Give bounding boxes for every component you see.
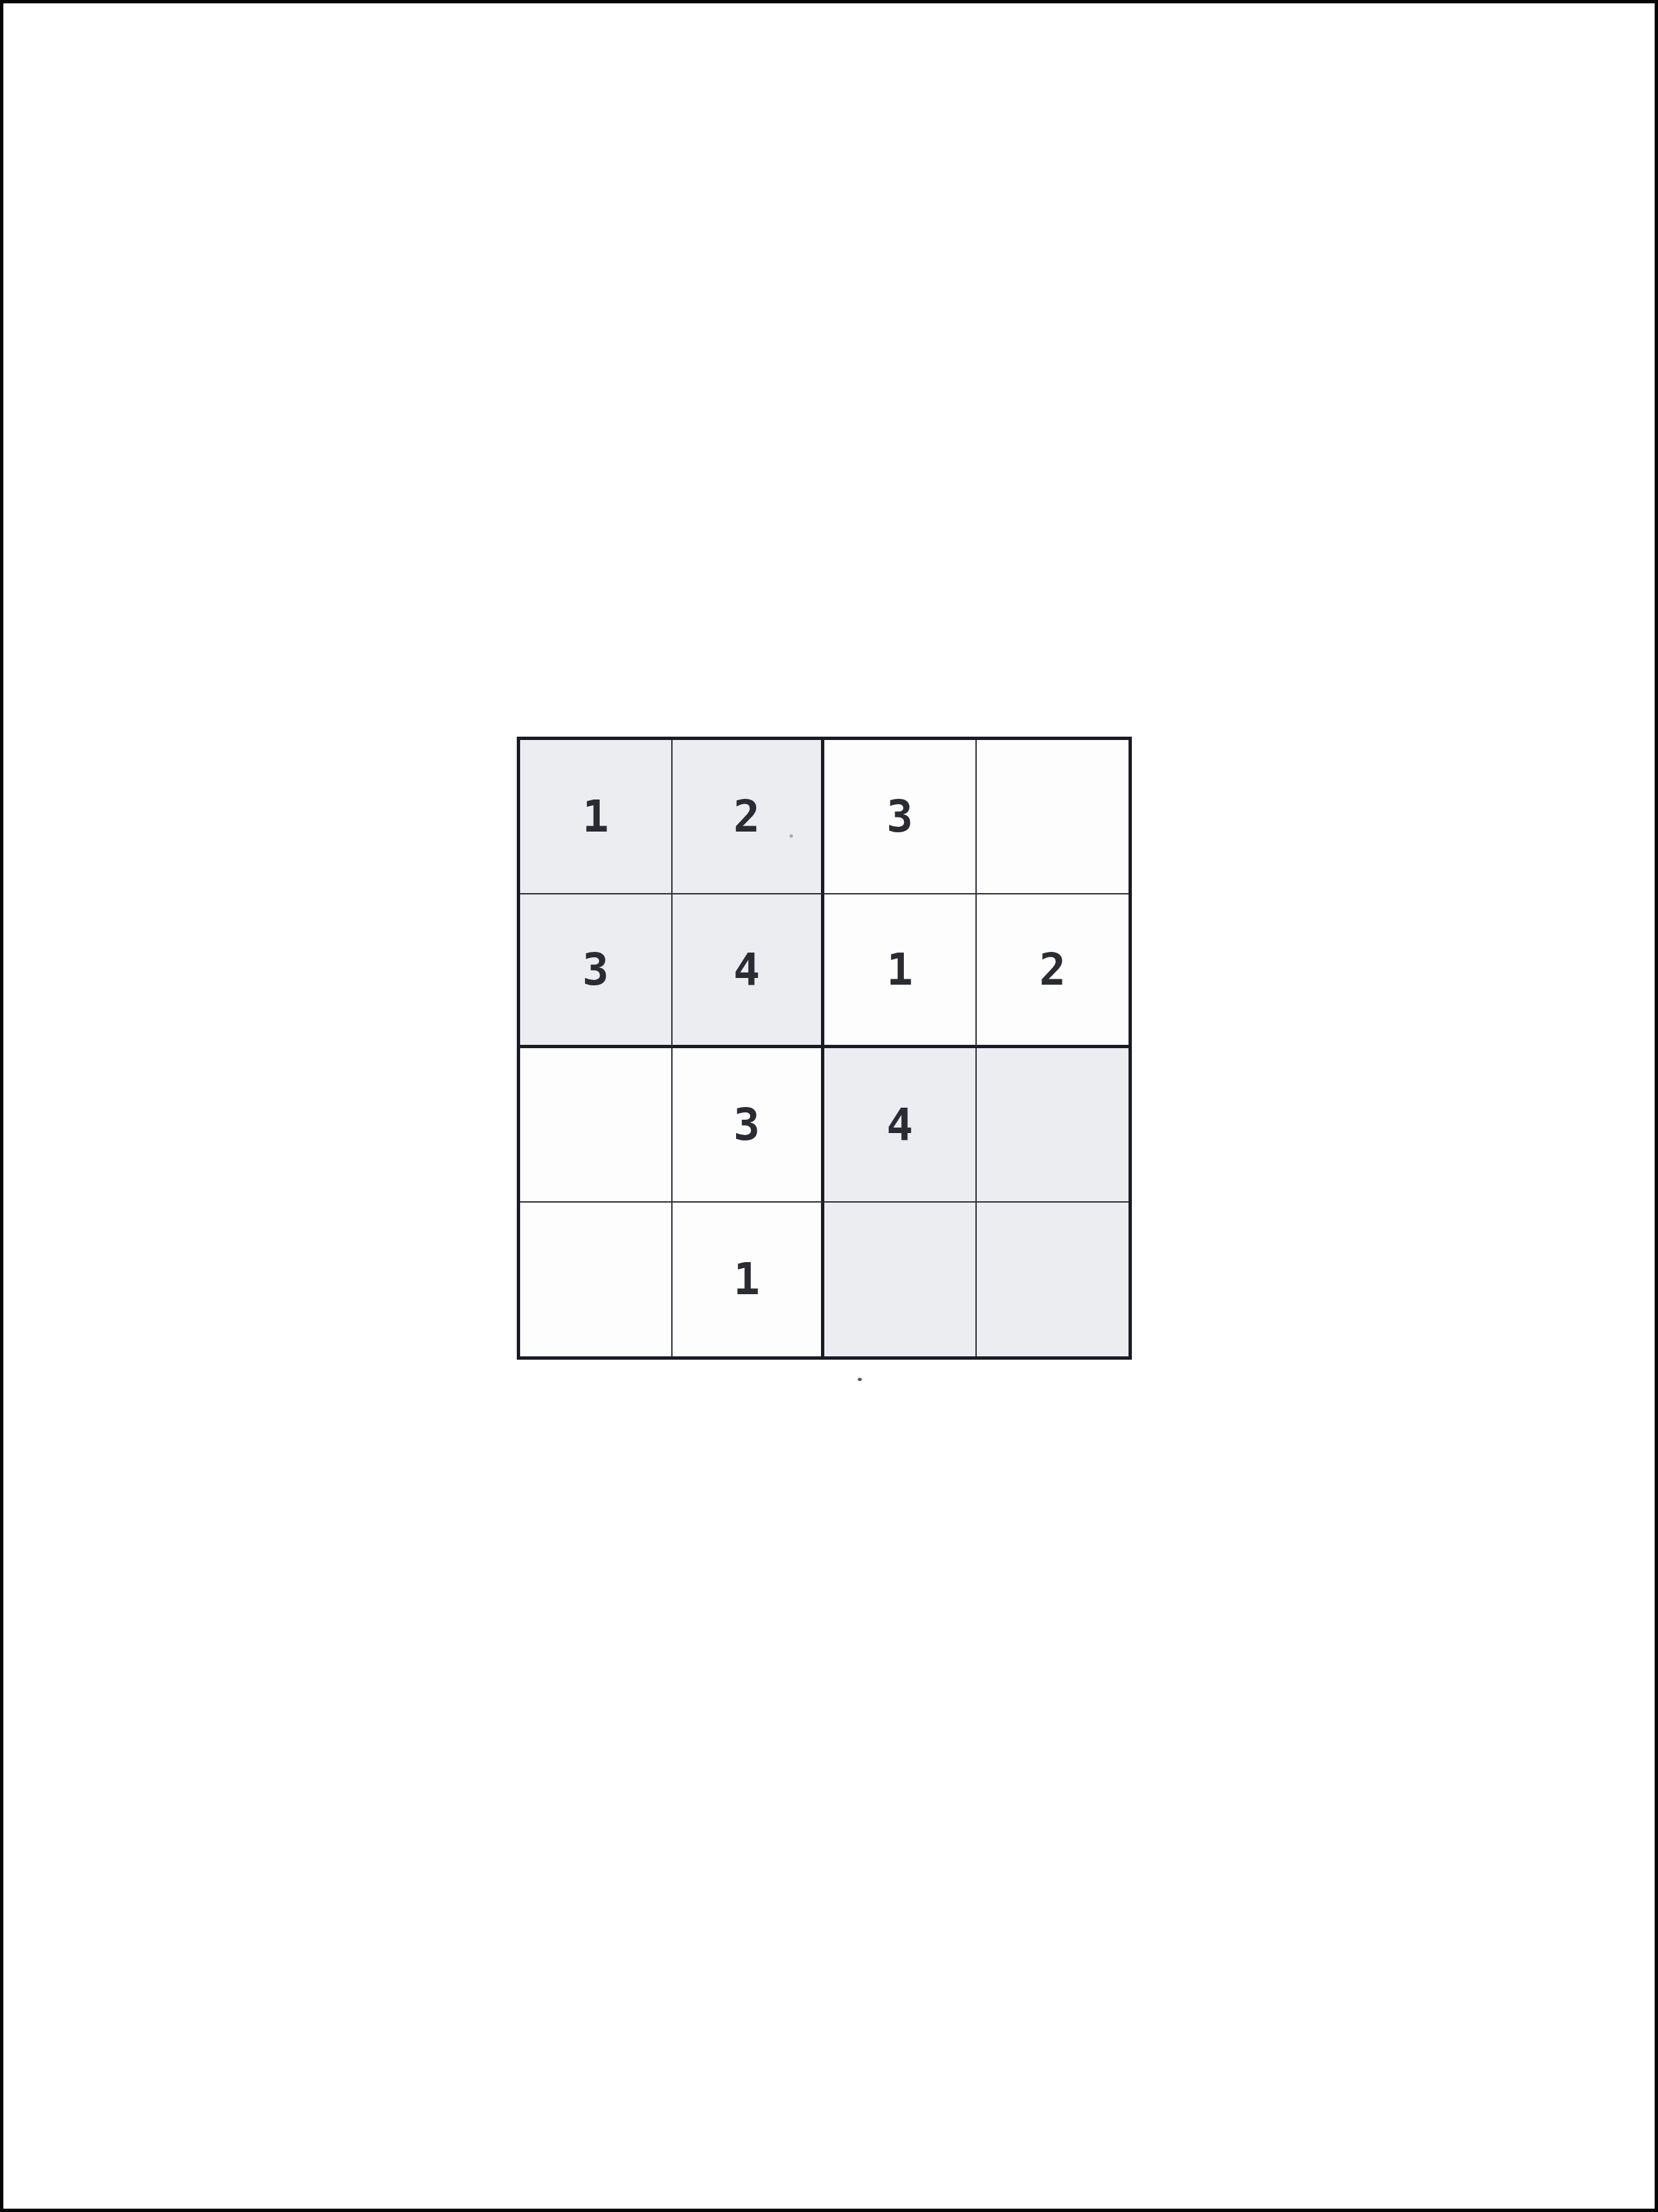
- scan-speck: [858, 1378, 862, 1381]
- cell-r1c3-given-3: 3: [824, 740, 977, 894]
- cell-r2c3-given-1: 1: [824, 894, 977, 1049]
- cell-r2c1-given-3: 3: [520, 894, 673, 1049]
- cell-r2c2-given-4: 4: [673, 894, 825, 1049]
- scan-speck: [790, 834, 793, 838]
- cell-r1c2-given-2: 2: [673, 740, 825, 894]
- cell-r3c4-empty[interactable]: [977, 1048, 1129, 1203]
- cell-r4c2-given-1: 1: [673, 1203, 825, 1357]
- cell-r4c3-empty[interactable]: [824, 1203, 977, 1357]
- scanned-puzzle-page: 1233412341: [0, 0, 1658, 2212]
- cell-r1c4-empty[interactable]: [977, 740, 1129, 894]
- sudoku-board: 1233412341: [517, 737, 1132, 1360]
- cell-r1c1-given-1: 1: [520, 740, 673, 894]
- cell-r4c1-empty[interactable]: [520, 1203, 673, 1357]
- cell-r3c3-given-4: 4: [824, 1048, 977, 1203]
- cell-r4c4-empty[interactable]: [977, 1203, 1129, 1357]
- cell-r3c1-empty[interactable]: [520, 1048, 673, 1203]
- cell-r2c4-given-2: 2: [977, 894, 1129, 1049]
- cell-r3c2-given-3: 3: [673, 1048, 825, 1203]
